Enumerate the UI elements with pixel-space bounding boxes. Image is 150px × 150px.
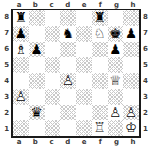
rank-label-7: 7: [4, 25, 9, 41]
file-labels-bottom: abcdefgh: [11, 138, 141, 150]
square-d8[interactable]: [60, 10, 76, 26]
rank-label-2: 2: [4, 106, 9, 122]
square-h2[interactable]: ♟♙: [123, 105, 139, 121]
square-h8[interactable]: [123, 10, 139, 26]
square-d4[interactable]: ♟♙: [60, 73, 76, 89]
rank-label-4: 4: [4, 74, 9, 90]
black-queen-icon[interactable]: ♛: [29, 105, 45, 121]
square-f1[interactable]: ♜♖: [92, 120, 108, 136]
square-h7[interactable]: ♟: [123, 26, 139, 42]
square-b7[interactable]: [29, 26, 45, 42]
file-label-d: d: [60, 2, 76, 9]
file-labels-top: abcdefgh: [11, 0, 141, 9]
square-a7[interactable]: ♟: [13, 26, 29, 42]
rank-label-3: 3: [143, 90, 148, 106]
square-f5[interactable]: [92, 57, 108, 73]
white-pawn-icon[interactable]: ♟♙: [60, 73, 76, 89]
square-f3[interactable]: [92, 89, 108, 105]
file-label-g: g: [109, 2, 125, 9]
square-g6[interactable]: ♟: [108, 42, 124, 58]
square-e1[interactable]: [76, 120, 92, 136]
square-h6[interactable]: [123, 42, 139, 58]
square-e4[interactable]: [76, 73, 92, 89]
square-d7[interactable]: ♞: [60, 26, 76, 42]
file-label-g: g: [109, 139, 125, 146]
square-b2[interactable]: ♛: [29, 105, 45, 121]
square-a3[interactable]: ♟♙: [13, 89, 29, 105]
black-rook-icon[interactable]: ♜: [13, 10, 29, 26]
square-c3[interactable]: [45, 89, 61, 105]
square-a1[interactable]: [13, 120, 29, 136]
square-f6[interactable]: [92, 42, 108, 58]
square-c4[interactable]: [45, 73, 61, 89]
white-rook-icon[interactable]: ♜♖: [92, 120, 108, 136]
rank-label-5: 5: [4, 57, 9, 73]
square-c6[interactable]: [45, 42, 61, 58]
square-b6[interactable]: ♟: [29, 42, 45, 58]
square-h4[interactable]: [123, 73, 139, 89]
square-d2[interactable]: [60, 105, 76, 121]
rank-labels-left: 87654321: [0, 9, 11, 138]
white-bishop-icon[interactable]: ♝♗: [13, 42, 29, 58]
black-pawn-icon[interactable]: ♟: [29, 42, 45, 58]
rank-label-6: 6: [4, 41, 9, 57]
file-label-b: b: [27, 2, 43, 9]
square-f7[interactable]: ♞♘: [92, 26, 108, 42]
black-knight-icon[interactable]: ♞: [60, 26, 76, 42]
rank-label-2: 2: [143, 106, 148, 122]
square-b4[interactable]: [29, 73, 45, 89]
rank-label-8: 8: [143, 9, 148, 25]
white-knight-icon[interactable]: ♞♘: [92, 26, 108, 42]
file-label-h: h: [125, 139, 141, 146]
rank-label-6: 6: [143, 41, 148, 57]
square-e6[interactable]: [76, 42, 92, 58]
chess-diagram: abcdefgh 87654321 ♜♜♟♞♞♘♚♟♝♗♟♟♟♙♛♕♟♙♛♟♙♟…: [0, 0, 150, 150]
square-c2[interactable]: [45, 105, 61, 121]
square-a2[interactable]: [13, 105, 29, 121]
file-label-f: f: [92, 2, 108, 9]
square-e3[interactable]: [76, 89, 92, 105]
square-b8[interactable]: [29, 10, 45, 26]
file-label-b: b: [27, 139, 43, 146]
square-b1[interactable]: [29, 120, 45, 136]
black-pawn-icon[interactable]: ♟: [123, 26, 139, 42]
rank-label-1: 1: [143, 122, 148, 138]
black-king-icon[interactable]: ♚: [108, 26, 124, 42]
square-g7[interactable]: ♚: [108, 26, 124, 42]
rank-label-8: 8: [4, 9, 9, 25]
square-e2[interactable]: [76, 105, 92, 121]
file-label-e: e: [76, 139, 92, 146]
square-a6[interactable]: ♝♗: [13, 42, 29, 58]
square-g1[interactable]: [108, 120, 124, 136]
square-e8[interactable]: [76, 10, 92, 26]
square-g5[interactable]: [108, 57, 124, 73]
square-f4[interactable]: [92, 73, 108, 89]
square-a4[interactable]: [13, 73, 29, 89]
file-label-c: c: [44, 2, 60, 9]
chess-board: ♜♜♟♞♞♘♚♟♝♗♟♟♟♙♛♕♟♙♛♟♙♟♙♜♖♚♔: [11, 9, 141, 138]
file-label-a: a: [11, 2, 27, 9]
white-king-icon[interactable]: ♚♔: [123, 120, 139, 136]
file-label-e: e: [76, 2, 92, 9]
square-c1[interactable]: [45, 120, 61, 136]
rank-label-3: 3: [4, 90, 9, 106]
square-h1[interactable]: ♚♔: [123, 120, 139, 136]
white-pawn-icon[interactable]: ♟♙: [108, 105, 124, 121]
white-pawn-icon[interactable]: ♟♙: [123, 105, 139, 121]
square-b5[interactable]: [29, 57, 45, 73]
rank-labels-right: 87654321: [141, 9, 150, 138]
rank-label-1: 1: [4, 122, 9, 138]
square-d6[interactable]: [60, 42, 76, 58]
rank-label-5: 5: [143, 57, 148, 73]
rank-label-4: 4: [143, 74, 148, 90]
black-rook-icon[interactable]: ♜: [92, 10, 108, 26]
file-label-d: d: [60, 139, 76, 146]
square-d5[interactable]: [60, 57, 76, 73]
black-pawn-icon[interactable]: ♟: [13, 26, 29, 42]
square-h5[interactable]: [123, 57, 139, 73]
rank-label-7: 7: [143, 25, 148, 41]
file-label-a: a: [11, 139, 27, 146]
file-label-h: h: [125, 2, 141, 9]
square-c5[interactable]: [45, 57, 61, 73]
square-f2[interactable]: [92, 105, 108, 121]
square-g3[interactable]: [108, 89, 124, 105]
white-pawn-icon[interactable]: ♟♙: [13, 89, 29, 105]
square-a5[interactable]: [13, 57, 29, 73]
square-h3[interactable]: [123, 89, 139, 105]
white-queen-icon[interactable]: ♛♕: [108, 73, 124, 89]
square-d1[interactable]: [60, 120, 76, 136]
black-pawn-icon[interactable]: ♟: [108, 42, 124, 58]
square-b3[interactable]: [29, 89, 45, 105]
square-e5[interactable]: [76, 57, 92, 73]
square-c7[interactable]: [45, 26, 61, 42]
square-a8[interactable]: ♜: [13, 10, 29, 26]
square-c8[interactable]: [45, 10, 61, 26]
file-label-c: c: [44, 139, 60, 146]
square-d3[interactable]: [60, 89, 76, 105]
square-e7[interactable]: [76, 26, 92, 42]
file-label-f: f: [92, 139, 108, 146]
square-g4[interactable]: ♛♕: [108, 73, 124, 89]
square-g8[interactable]: [108, 10, 124, 26]
square-f8[interactable]: ♜: [92, 10, 108, 26]
square-g2[interactable]: ♟♙: [108, 105, 124, 121]
